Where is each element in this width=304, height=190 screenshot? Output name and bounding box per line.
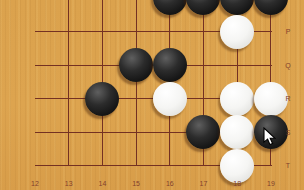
cursor-arrow [263, 127, 276, 146]
board-intersection-14-R[interactable] [86, 82, 120, 116]
black-stone[interactable] [186, 0, 220, 15]
white-stone[interactable] [153, 82, 187, 116]
coordinate-label-col-16: 16 [162, 179, 178, 188]
board-intersection-12-Q[interactable] [18, 48, 52, 82]
board-intersection-12-S[interactable] [18, 115, 52, 149]
board-intersection-15-R[interactable] [119, 82, 153, 116]
board-intersection-15-T[interactable] [119, 149, 153, 183]
board-intersection-16-Q[interactable] [153, 48, 187, 82]
black-stone[interactable] [153, 0, 187, 15]
black-stone[interactable] [186, 115, 220, 149]
coordinate-label-col-19: 19 [263, 179, 279, 188]
board-intersection-15-P[interactable] [119, 15, 153, 49]
coordinate-label-row-P: P [282, 27, 294, 36]
white-stone[interactable] [220, 82, 254, 116]
coordinate-label-col-12: 12 [27, 179, 43, 188]
black-stone[interactable] [85, 82, 119, 116]
board-intersection-12-O[interactable] [18, 0, 52, 15]
board-intersection-18-Q[interactable] [220, 48, 254, 82]
coordinate-label-row-T: T [282, 161, 294, 170]
coordinate-label-col-18: 18 [229, 179, 245, 188]
board-intersection-14-T[interactable] [86, 149, 120, 183]
board-intersection-18-R[interactable] [220, 82, 254, 116]
board-intersection-17-O[interactable] [187, 0, 221, 15]
board-intersection-16-O[interactable] [153, 0, 187, 15]
board-intersection-16-T[interactable] [153, 149, 187, 183]
board-intersection-16-R[interactable] [153, 82, 187, 116]
board-intersection-13-P[interactable] [52, 15, 86, 49]
board-intersection-15-Q[interactable] [119, 48, 153, 82]
black-stone[interactable] [220, 0, 254, 15]
black-stone[interactable] [119, 48, 153, 82]
coordinate-label-col-13: 13 [61, 179, 77, 188]
board-intersection-17-P[interactable] [187, 15, 221, 49]
board-intersection-14-P[interactable] [86, 15, 120, 49]
white-stone[interactable] [220, 15, 254, 49]
board-intersection-12-R[interactable] [18, 82, 52, 116]
board-intersection-16-P[interactable] [153, 15, 187, 49]
board-intersection-13-S[interactable] [52, 115, 86, 149]
go-board[interactable]: 1213141516171819 PQRST [0, 0, 304, 190]
black-stone[interactable] [153, 48, 187, 82]
coordinate-label-col-17: 17 [196, 179, 212, 188]
coordinate-label-col-14: 14 [94, 179, 110, 188]
board-intersection-13-R[interactable] [52, 82, 86, 116]
board-intersection-12-T[interactable] [18, 149, 52, 183]
coordinate-label-row-S: S [282, 128, 294, 137]
coordinate-label-row-R: R [282, 94, 294, 103]
board-intersection-13-Q[interactable] [52, 48, 86, 82]
board-intersection-18-O[interactable] [220, 0, 254, 15]
board-intersection-18-P[interactable] [220, 15, 254, 49]
board-intersection-18-T[interactable] [220, 149, 254, 183]
board-intersection-17-T[interactable] [187, 149, 221, 183]
board-intersection-15-O[interactable] [119, 0, 153, 15]
board-intersection-13-O[interactable] [52, 0, 86, 15]
board-intersection-14-Q[interactable] [86, 48, 120, 82]
coordinate-label-row-Q: Q [282, 61, 294, 70]
white-stone[interactable] [220, 149, 254, 183]
board-intersection-16-S[interactable] [153, 115, 187, 149]
black-stone[interactable] [254, 0, 288, 15]
board-intersection-15-S[interactable] [119, 115, 153, 149]
board-intersection-14-O[interactable] [86, 0, 120, 15]
board-intersection-18-S[interactable] [220, 115, 254, 149]
stone-grid [18, 0, 288, 182]
board-intersection-17-R[interactable] [187, 82, 221, 116]
board-intersection-17-S[interactable] [187, 115, 221, 149]
board-intersection-12-P[interactable] [18, 15, 52, 49]
white-stone[interactable] [220, 115, 254, 149]
board-intersection-13-T[interactable] [52, 149, 86, 183]
board-intersection-19-O[interactable] [254, 0, 288, 15]
coordinate-label-col-15: 15 [128, 179, 144, 188]
board-intersection-14-S[interactable] [86, 115, 120, 149]
board-intersection-17-Q[interactable] [187, 48, 221, 82]
